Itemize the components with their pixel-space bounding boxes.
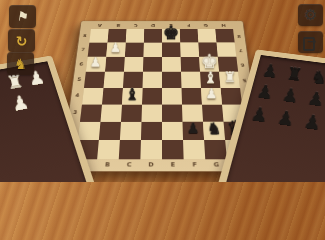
square-h5[interactable]: ♜ [219,72,240,88]
file-label: C [134,23,138,27]
square-e2[interactable] [162,122,183,140]
square-b6[interactable] [105,57,125,72]
file-label: E [171,162,175,168]
black-pawn-tray-piece: ♟ [298,103,325,134]
file-label: B [116,23,120,27]
white-bishop-g5[interactable]: ♝ [203,70,217,86]
square-d6[interactable] [143,57,162,72]
square-c1[interactable] [119,140,141,159]
square-c8[interactable] [126,29,145,43]
rank-label: 8 [237,34,241,38]
square-c3[interactable] [121,104,142,121]
circular-arrow-icon: ↻ [16,33,28,49]
square-a4[interactable] [82,88,103,105]
white-flag-icon: ⚑ [16,8,30,24]
square-b1[interactable] [97,140,120,159]
rank-label: 4 [75,93,80,98]
square-g4[interactable]: ♟ [201,88,222,105]
square-d8[interactable] [144,29,162,43]
square-d5[interactable] [142,72,162,88]
square-e3[interactable] [162,104,183,121]
square-b5[interactable] [103,72,123,88]
settings-button[interactable]: ⚙ [298,4,323,26]
hint-button[interactable]: ♞ [7,52,34,75]
square-h7[interactable] [217,43,237,57]
square-b2[interactable] [99,122,121,140]
square-d3[interactable] [141,104,162,121]
black-pawn-tray-piece: ♟ [271,99,301,129]
black-pawn-tray-piece: ♟ [245,96,275,126]
square-e4[interactable] [162,88,182,105]
chess-app-screen: { "game": "chess", "position": "4k3/1P6/… [0,0,325,182]
square-b4[interactable] [102,88,123,105]
file-label: D [148,162,153,168]
square-h4[interactable] [221,88,242,105]
black-knight-g2[interactable]: ♞ [207,121,222,137]
square-e7[interactable] [162,43,181,57]
square-b3[interactable] [100,104,122,121]
file-label: D [151,23,155,27]
square-f4[interactable] [182,88,202,105]
file-label: G [204,23,209,27]
white-pawn-g4[interactable]: ♟ [206,87,218,101]
square-g2[interactable]: ♞ [203,122,225,140]
rank-label: 6 [241,62,245,66]
square-c7[interactable] [125,43,144,57]
exit-arrow-icon: → [303,36,318,49]
square-a3[interactable] [80,104,102,121]
square-c4[interactable]: ♝ [122,88,142,105]
black-pawn-f2[interactable]: ♟ [187,122,200,136]
golden-knight-icon: ♞ [14,56,27,72]
file-label: A [98,23,102,27]
rank-label: 3 [73,110,78,115]
resign-button[interactable]: ⚑ [9,5,36,28]
square-e1[interactable] [162,140,184,159]
square-f7[interactable] [180,43,199,57]
board-grid[interactable]: ♚♟♟♚♝♜♝♟♟♞♛ [76,29,249,159]
square-a6[interactable]: ♟ [86,57,106,72]
square-c6[interactable] [124,57,143,72]
square-h8[interactable] [215,29,234,43]
file-label: F [192,162,197,168]
white-pawn-b7[interactable]: ♟ [110,42,121,55]
black-bishop-c4[interactable]: ♝ [125,86,140,102]
file-label: C [127,162,132,168]
file-label: B [105,162,110,168]
rank-label: 5 [77,77,82,82]
square-b7[interactable]: ♟ [106,43,125,57]
square-a8[interactable] [89,29,108,43]
exit-button[interactable]: → [298,31,323,53]
square-f5[interactable] [181,72,201,88]
square-f8[interactable] [180,29,199,43]
white-pawn-tray-piece: ♟ [6,85,34,115]
square-d7[interactable] [143,43,162,57]
file-label: F [187,23,191,27]
square-d4[interactable] [142,88,162,105]
file-label: H [221,23,226,27]
square-g8[interactable] [198,29,217,43]
square-e5[interactable] [162,72,182,88]
rank-label: 8 [83,34,87,38]
square-f6[interactable] [181,57,200,72]
square-f2[interactable]: ♟ [183,122,205,140]
rank-label: 7 [81,48,85,52]
white-rook-h5[interactable]: ♜ [224,71,237,85]
square-e8[interactable]: ♚ [162,29,180,43]
rank-label: 7 [239,48,243,52]
gear-icon: ⚙ [304,6,317,24]
file-label: E [169,23,173,27]
square-f1[interactable] [183,140,205,159]
white-pawn-a6[interactable]: ♟ [90,56,102,69]
square-a5[interactable] [84,72,105,88]
rotate-board-button[interactable]: ↻ [8,29,35,52]
square-e6[interactable] [162,57,181,72]
file-label: G [214,162,220,168]
square-d1[interactable] [140,140,162,159]
square-a2[interactable] [78,122,101,140]
square-d2[interactable] [141,122,162,140]
square-g1[interactable] [204,140,227,159]
rank-label: 6 [79,62,83,66]
square-c2[interactable] [120,122,142,140]
